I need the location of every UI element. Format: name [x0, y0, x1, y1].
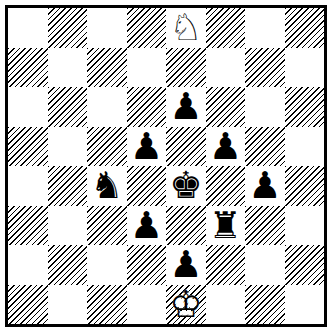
- square-c4[interactable]: ♞: [87, 166, 127, 206]
- square-h4[interactable]: [285, 166, 325, 206]
- square-e2[interactable]: ♟: [166, 245, 206, 285]
- square-a4[interactable]: [8, 166, 48, 206]
- black-king[interactable]: ♚: [169, 166, 202, 206]
- square-f6[interactable]: [206, 87, 246, 127]
- square-c2[interactable]: [87, 245, 127, 285]
- square-e8[interactable]: ♞♘: [166, 8, 206, 48]
- square-b7[interactable]: [48, 48, 88, 88]
- square-g8[interactable]: [245, 8, 285, 48]
- chess-board: ♞♘♟♟♟♞♚♟♟♜♟♚♔: [5, 5, 327, 327]
- square-f4[interactable]: [206, 166, 246, 206]
- square-h2[interactable]: [285, 245, 325, 285]
- square-d7[interactable]: [127, 48, 167, 88]
- black-pawn[interactable]: ♟: [169, 87, 202, 127]
- square-f7[interactable]: [206, 48, 246, 88]
- square-g3[interactable]: [245, 206, 285, 246]
- square-c6[interactable]: [87, 87, 127, 127]
- black-pawn[interactable]: ♟: [130, 206, 163, 246]
- square-h8[interactable]: [285, 8, 325, 48]
- square-d2[interactable]: [127, 245, 167, 285]
- square-f2[interactable]: [206, 245, 246, 285]
- square-b8[interactable]: [48, 8, 88, 48]
- square-g6[interactable]: [245, 87, 285, 127]
- square-b1[interactable]: [48, 285, 88, 325]
- square-b4[interactable]: [48, 166, 88, 206]
- square-e5[interactable]: [166, 127, 206, 167]
- square-e3[interactable]: [166, 206, 206, 246]
- black-pawn[interactable]: ♟: [169, 245, 202, 285]
- square-h6[interactable]: [285, 87, 325, 127]
- black-pawn[interactable]: ♟: [209, 127, 242, 167]
- square-a5[interactable]: [8, 127, 48, 167]
- square-h3[interactable]: [285, 206, 325, 246]
- black-knight[interactable]: ♞: [90, 166, 123, 206]
- square-a6[interactable]: [8, 87, 48, 127]
- white-king[interactable]: ♔: [169, 285, 202, 325]
- square-g5[interactable]: [245, 127, 285, 167]
- square-a7[interactable]: [8, 48, 48, 88]
- square-e1[interactable]: ♚♔: [166, 285, 206, 325]
- square-h5[interactable]: [285, 127, 325, 167]
- square-d4[interactable]: [127, 166, 167, 206]
- black-rook[interactable]: ♜: [209, 206, 242, 246]
- square-c1[interactable]: [87, 285, 127, 325]
- square-b6[interactable]: [48, 87, 88, 127]
- square-a2[interactable]: [8, 245, 48, 285]
- square-f3[interactable]: ♜: [206, 206, 246, 246]
- square-g4[interactable]: ♟: [245, 166, 285, 206]
- square-d6[interactable]: [127, 87, 167, 127]
- square-f1[interactable]: [206, 285, 246, 325]
- square-e6[interactable]: ♟: [166, 87, 206, 127]
- square-d5[interactable]: ♟: [127, 127, 167, 167]
- square-h7[interactable]: [285, 48, 325, 88]
- square-c8[interactable]: [87, 8, 127, 48]
- square-a8[interactable]: [8, 8, 48, 48]
- square-c3[interactable]: [87, 206, 127, 246]
- square-g2[interactable]: [245, 245, 285, 285]
- square-b3[interactable]: [48, 206, 88, 246]
- square-a3[interactable]: [8, 206, 48, 246]
- white-knight[interactable]: ♘: [169, 8, 202, 48]
- square-h1[interactable]: [285, 285, 325, 325]
- square-b2[interactable]: [48, 245, 88, 285]
- square-b5[interactable]: [48, 127, 88, 167]
- black-pawn[interactable]: ♟: [248, 166, 281, 206]
- square-d3[interactable]: ♟: [127, 206, 167, 246]
- square-f8[interactable]: [206, 8, 246, 48]
- square-e7[interactable]: [166, 48, 206, 88]
- square-c5[interactable]: [87, 127, 127, 167]
- square-e4[interactable]: ♚: [166, 166, 206, 206]
- black-pawn[interactable]: ♟: [130, 127, 163, 167]
- square-a1[interactable]: [8, 285, 48, 325]
- square-d8[interactable]: [127, 8, 167, 48]
- square-g7[interactable]: [245, 48, 285, 88]
- square-f5[interactable]: ♟: [206, 127, 246, 167]
- square-c7[interactable]: [87, 48, 127, 88]
- square-d1[interactable]: [127, 285, 167, 325]
- square-g1[interactable]: [245, 285, 285, 325]
